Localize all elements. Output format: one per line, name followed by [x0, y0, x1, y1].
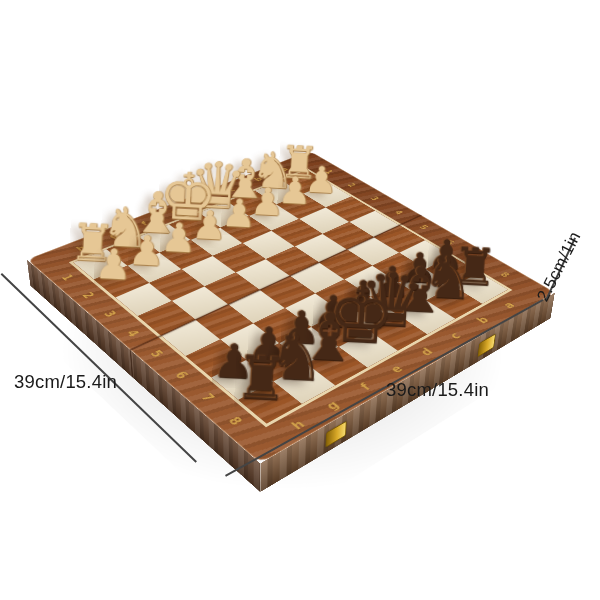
board-scene: 12345678 12345678 abcdefgh abcdefgh ♜♞♝♛… [0, 72, 582, 481]
product-photo: 12345678 12345678 abcdefgh abcdefgh ♜♞♝♛… [0, 0, 600, 600]
square-e5 [260, 276, 315, 308]
width-dimension-label: 39cm/15.4in [14, 371, 117, 393]
fold-seam-side [130, 349, 133, 378]
board-top: 12345678 12345678 abcdefgh abcdefgh ♜♞♝♛… [27, 151, 555, 463]
chess-board: 12345678 12345678 abcdefgh abcdefgh ♜♞♝♛… [27, 151, 555, 463]
depth-dimension-label: 39cm/15.4in [386, 379, 489, 401]
